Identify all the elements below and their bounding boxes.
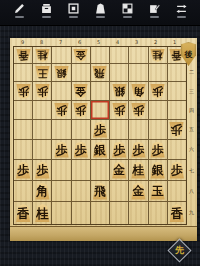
- piece-6a[interactable]: 金: [73, 49, 88, 62]
- square-8d[interactable]: [33, 101, 52, 120]
- square-5c[interactable]: [91, 82, 110, 101]
- sente-badge-label: 先: [175, 246, 184, 255]
- square-9h[interactable]: [14, 181, 33, 202]
- square-4a[interactable]: [110, 47, 129, 64]
- square-8g[interactable]: 歩: [33, 160, 52, 181]
- file-labels: 987654321: [10, 38, 184, 46]
- piece-9c[interactable]: 歩: [16, 84, 31, 99]
- record-icon: [149, 3, 160, 14]
- square-4b[interactable]: [110, 64, 129, 82]
- square-4e[interactable]: [110, 120, 129, 140]
- square-5e[interactable]: 歩: [91, 120, 110, 140]
- square-2c[interactable]: 歩: [149, 82, 168, 101]
- board-front-edge: [10, 226, 197, 241]
- rank-label-f: 六: [187, 139, 196, 159]
- square-8i[interactable]: 桂: [33, 202, 52, 224]
- square-3c[interactable]: 角: [129, 82, 148, 101]
- square-9i[interactable]: 香: [14, 202, 33, 224]
- file-label-9: 9: [13, 38, 32, 46]
- toolbar: [0, 0, 200, 26]
- square-5g[interactable]: [91, 160, 110, 181]
- square-5d[interactable]: [91, 101, 110, 120]
- square-4c[interactable]: 銀: [110, 82, 129, 101]
- tiles-icon: [122, 3, 133, 14]
- piece-3g[interactable]: 桂: [131, 162, 146, 179]
- record-button[interactable]: [145, 3, 163, 18]
- square-1g[interactable]: 歩: [168, 160, 186, 181]
- square-6i[interactable]: [72, 202, 91, 224]
- square-9a[interactable]: 香: [14, 47, 33, 64]
- square-3f[interactable]: 歩: [129, 140, 148, 160]
- square-8e[interactable]: [33, 120, 52, 140]
- piece-4c[interactable]: 銀: [112, 84, 127, 99]
- square-2a[interactable]: 桂: [149, 47, 168, 64]
- square-2b[interactable]: [149, 64, 168, 82]
- square-6a[interactable]: 金: [72, 47, 91, 64]
- piece-4d[interactable]: 歩: [112, 103, 127, 118]
- board-grid: 香桂金桂香王銀飛歩歩金銀角歩歩歩歩歩歩歩歩歩銀歩歩歩歩歩金桂銀歩角飛金玉香桂香: [13, 46, 187, 225]
- piece-6f[interactable]: 歩: [73, 142, 88, 158]
- rank-label-i: 九: [187, 201, 196, 223]
- sente-player-badge[interactable]: 先: [167, 238, 191, 262]
- piece-9g[interactable]: 歩: [16, 162, 31, 179]
- piece-button[interactable]: [91, 3, 109, 18]
- square-7d[interactable]: 歩: [52, 101, 71, 120]
- rank-label-g: 七: [187, 159, 196, 180]
- piece-7f[interactable]: 歩: [54, 142, 69, 158]
- piece-3c[interactable]: 角: [131, 84, 146, 99]
- file-label-6: 6: [70, 38, 89, 46]
- square-9g[interactable]: 歩: [14, 160, 33, 181]
- piece-6c[interactable]: 金: [73, 84, 88, 99]
- square-4h[interactable]: [110, 181, 129, 202]
- piece-3h[interactable]: 金: [131, 183, 146, 200]
- piece-2h[interactable]: 玉: [150, 183, 165, 200]
- piece-8g[interactable]: 歩: [35, 162, 50, 179]
- piece-5h[interactable]: 飛: [92, 183, 107, 200]
- piece-4g[interactable]: 金: [112, 162, 127, 179]
- file-label-2: 2: [146, 38, 165, 46]
- square-5i[interactable]: [91, 202, 110, 224]
- square-4i[interactable]: [110, 202, 129, 224]
- rank-label-h: 八: [187, 180, 196, 201]
- square-1b[interactable]: [168, 64, 186, 82]
- rank-label-e: 五: [187, 119, 196, 139]
- rank-labels: 一二三四五六七八九: [187, 46, 196, 225]
- file-label-3: 3: [127, 38, 146, 46]
- square-2h[interactable]: 玉: [149, 181, 168, 202]
- square-7b[interactable]: 銀: [52, 64, 71, 82]
- square-7f[interactable]: 歩: [52, 140, 71, 160]
- piece-2c[interactable]: 歩: [150, 84, 165, 99]
- piece-5b[interactable]: 飛: [92, 66, 107, 80]
- piece-8b[interactable]: 王: [35, 66, 50, 80]
- square-1i[interactable]: 香: [168, 202, 186, 224]
- square-1h[interactable]: [168, 181, 186, 202]
- piece-5e[interactable]: 歩: [92, 122, 107, 138]
- piece-9i[interactable]: 香: [16, 204, 31, 222]
- rank-label-d: 四: [187, 100, 196, 119]
- square-3g[interactable]: 桂: [129, 160, 148, 181]
- file-label-5: 5: [89, 38, 108, 46]
- piece-2f[interactable]: 歩: [150, 142, 165, 158]
- square-2e[interactable]: [149, 120, 168, 140]
- square-4f[interactable]: 歩: [110, 140, 129, 160]
- square-2g[interactable]: 銀: [149, 160, 168, 181]
- square-4g[interactable]: 金: [110, 160, 129, 181]
- piece-4f[interactable]: 歩: [112, 142, 127, 158]
- square-3e[interactable]: [129, 120, 148, 140]
- square-6e[interactable]: [72, 120, 91, 140]
- square-3b[interactable]: [129, 64, 148, 82]
- piece-6d[interactable]: 歩: [73, 103, 88, 118]
- archive-icon: [41, 3, 52, 14]
- shogi-board: 987654321 香桂金桂香王銀飛歩歩金銀角歩歩歩歩歩歩歩歩歩銀歩歩歩歩歩金桂…: [10, 38, 197, 238]
- edit-button[interactable]: [10, 3, 28, 18]
- square-3i[interactable]: [129, 202, 148, 224]
- swap-icon: [176, 3, 187, 14]
- archive-button[interactable]: [37, 3, 55, 18]
- square-1c[interactable]: [168, 82, 186, 101]
- board-button[interactable]: [64, 3, 82, 18]
- square-1e[interactable]: 歩: [168, 120, 186, 140]
- square-8c[interactable]: 歩: [33, 82, 52, 101]
- square-7a[interactable]: [52, 47, 71, 64]
- piece-3f[interactable]: 歩: [131, 142, 146, 158]
- square-8h[interactable]: 角: [33, 181, 52, 202]
- swap-button[interactable]: [172, 3, 190, 18]
- square-2i[interactable]: [149, 202, 168, 224]
- board-icon: [68, 3, 79, 14]
- square-1f[interactable]: [168, 140, 186, 160]
- square-8b[interactable]: 王: [33, 64, 52, 82]
- piece-1e[interactable]: 歩: [169, 122, 184, 138]
- file-label-7: 7: [51, 38, 70, 46]
- square-7e[interactable]: [52, 120, 71, 140]
- square-6h[interactable]: [72, 181, 91, 202]
- square-9f[interactable]: [14, 140, 33, 160]
- file-label-8: 8: [32, 38, 51, 46]
- square-5b[interactable]: 飛: [91, 64, 110, 82]
- piece-8c[interactable]: 歩: [35, 84, 50, 99]
- piece-1i[interactable]: 香: [169, 204, 184, 222]
- piece-3d[interactable]: 歩: [131, 103, 146, 118]
- square-8f[interactable]: [33, 140, 52, 160]
- square-9d[interactable]: [14, 101, 33, 120]
- square-3a[interactable]: [129, 47, 148, 64]
- file-label-4: 4: [108, 38, 127, 46]
- tiles-button[interactable]: [118, 3, 136, 18]
- piece-icon: [95, 3, 106, 14]
- piece-7d[interactable]: 歩: [54, 103, 69, 118]
- square-9e[interactable]: [14, 120, 33, 140]
- piece-9a[interactable]: 香: [16, 49, 31, 62]
- square-5f[interactable]: 銀: [91, 140, 110, 160]
- square-2f[interactable]: 歩: [149, 140, 168, 160]
- square-8a[interactable]: 桂: [33, 47, 52, 64]
- square-5a[interactable]: [91, 47, 110, 64]
- square-7c[interactable]: [52, 82, 71, 101]
- piece-2g[interactable]: 銀: [150, 162, 165, 179]
- square-2d[interactable]: [149, 101, 168, 120]
- square-7g[interactable]: [52, 160, 71, 181]
- piece-1g[interactable]: 歩: [169, 162, 184, 179]
- square-7i[interactable]: [52, 202, 71, 224]
- square-6b[interactable]: [72, 64, 91, 82]
- edit-icon: [14, 3, 25, 14]
- square-9b[interactable]: [14, 64, 33, 82]
- piece-8h[interactable]: 角: [35, 183, 50, 200]
- square-1d[interactable]: [168, 101, 186, 120]
- piece-2a[interactable]: 桂: [150, 49, 165, 62]
- square-3d[interactable]: 歩: [129, 101, 148, 120]
- square-6c[interactable]: 金: [72, 82, 91, 101]
- square-6g[interactable]: [72, 160, 91, 181]
- piece-7b[interactable]: 銀: [54, 66, 69, 80]
- piece-8i[interactable]: 桂: [35, 204, 50, 222]
- square-6d[interactable]: 歩: [72, 101, 91, 120]
- square-5h[interactable]: 飛: [91, 181, 110, 202]
- square-3h[interactable]: 金: [129, 181, 148, 202]
- piece-5f[interactable]: 銀: [92, 142, 107, 158]
- piece-8a[interactable]: 桂: [35, 49, 50, 62]
- square-7h[interactable]: [52, 181, 71, 202]
- square-6f[interactable]: 歩: [72, 140, 91, 160]
- square-9c[interactable]: 歩: [14, 82, 33, 101]
- rank-label-c: 三: [187, 81, 196, 100]
- square-4d[interactable]: 歩: [110, 101, 129, 120]
